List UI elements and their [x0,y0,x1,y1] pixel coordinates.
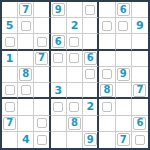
filled-answer-box: 8 [68,117,81,130]
cell-digit: 7 [38,53,45,63]
cell-r6c8[interactable] [116,83,132,99]
empty-answer-box [102,21,112,31]
cell-r1c3[interactable] [34,2,50,18]
cell-r9c5[interactable] [67,132,83,148]
cell-digit: 7 [6,118,13,128]
empty-answer-box [102,69,112,79]
cell-r5c5[interactable] [67,67,83,83]
filled-answer-box: 6 [84,52,97,65]
cell-r9c7[interactable] [99,132,115,148]
cell-r8c4[interactable] [51,116,67,132]
cell-r2c5[interactable]: 2 [67,18,83,34]
cell-r1c5[interactable] [67,2,83,18]
cell-r6c9[interactable]: 7 [132,83,148,99]
cell-r2c9[interactable]: 9 [132,18,148,34]
cell-r6c7[interactable]: 8 [99,83,115,99]
empty-answer-box [85,5,95,15]
filled-answer-box: 6 [133,117,146,130]
filled-answer-box: 9 [84,133,97,146]
cell-r3c7[interactable] [99,34,115,50]
cell-r8c2[interactable] [18,116,34,132]
cell-r6c1[interactable] [2,83,18,99]
cell-digit: 6 [55,37,62,47]
cell-r4c2[interactable] [18,51,34,67]
empty-answer-box [135,135,145,145]
cell-r5c8[interactable]: 9 [116,67,132,83]
filled-answer-box: 7 [35,52,48,65]
cell-r7c5[interactable] [67,99,83,115]
empty-answer-box [5,102,15,112]
cell-digit: 7 [120,135,127,145]
filled-answer-box: 7 [3,117,16,130]
cell-r5c7[interactable] [99,67,115,83]
cell-r3c9[interactable] [132,34,148,50]
cell-r2c4[interactable] [51,18,67,34]
cell-r7c3[interactable] [34,99,50,115]
filled-answer-box: 8 [100,84,113,97]
cell-r5c3[interactable] [34,67,50,83]
empty-answer-box [69,37,79,47]
cell-r3c1[interactable] [2,34,18,50]
cell-r3c5[interactable] [67,34,83,50]
cell-digit: 6 [120,5,127,15]
cell-digit: 9 [55,5,62,15]
filled-answer-box: 6 [117,3,130,16]
cell-r3c2[interactable] [18,34,34,50]
cell-r1c4[interactable]: 9 [51,2,67,18]
empty-answer-box [21,85,31,95]
cell-r9c9[interactable] [132,132,148,148]
cell-r2c3[interactable] [34,18,50,34]
empty-answer-box [53,102,63,112]
empty-answer-box [37,118,47,128]
cell-r2c8[interactable] [116,18,132,34]
empty-answer-box [5,85,15,95]
empty-answer-box [21,21,31,31]
cell-r7c7[interactable] [99,99,115,115]
cell-r1c1[interactable] [2,2,18,18]
cell-digit: 8 [103,85,110,95]
cell-r1c9[interactable] [132,2,148,18]
cell-digit: 2 [86,101,94,112]
cell-r1c6[interactable] [83,2,99,18]
empty-answer-box [37,135,47,145]
cell-r5c2[interactable]: 8 [18,67,34,83]
cell-digit: 9 [120,69,127,79]
filled-answer-box: 7 [117,133,130,146]
cell-r4c3[interactable]: 7 [34,51,50,67]
cell-r9c3[interactable] [34,132,50,148]
empty-answer-box [53,53,63,63]
cell-r7c2[interactable] [18,99,34,115]
filled-answer-box: 8 [19,68,32,81]
filled-answer-box: 7 [133,84,146,97]
cell-digit: 9 [87,135,94,145]
cell-r3c4[interactable]: 6 [51,34,67,50]
empty-answer-box [69,102,79,112]
cell-r4c7[interactable] [99,51,115,67]
cell-r1c7[interactable] [99,2,115,18]
empty-answer-box [69,53,79,63]
cell-r6c5[interactable] [67,83,83,99]
cell-r9c1[interactable] [2,132,18,148]
cell-r7c6[interactable]: 2 [83,99,99,115]
cell-r8c7[interactable] [99,116,115,132]
cell-digit: 8 [22,69,29,79]
cell-r2c2[interactable] [18,18,34,34]
cell-r5c6[interactable] [83,67,99,83]
cell-r5c4[interactable] [51,67,67,83]
cell-r6c4[interactable]: 3 [51,83,67,99]
cell-digit: 7 [22,5,29,15]
empty-answer-box [102,102,112,112]
cell-digit: 6 [87,53,94,63]
cell-digit: 4 [22,134,30,145]
cell-r4c5[interactable] [67,51,83,67]
cell-r6c2[interactable] [18,83,34,99]
cell-digit: 7 [136,85,143,95]
cell-digit: 6 [136,118,143,128]
cell-r8c6[interactable] [83,116,99,132]
cell-r8c8[interactable] [116,116,132,132]
filled-answer-box: 9 [117,68,130,81]
cell-r9c2[interactable]: 4 [18,132,34,148]
cell-digit: 5 [6,20,14,31]
cell-r3c3[interactable] [34,34,50,50]
sudoku-board: 7965296176893872786497 [0,0,150,150]
cell-digit: 2 [71,20,79,31]
cell-r5c1[interactable] [2,67,18,83]
cell-r1c8[interactable]: 6 [116,2,132,18]
cell-r7c9[interactable] [132,99,148,115]
cell-r3c6[interactable] [83,34,99,50]
cell-r6c6[interactable] [83,83,99,99]
cell-r9c6[interactable]: 9 [83,132,99,148]
cell-r8c9[interactable]: 6 [132,116,148,132]
cell-r6c3[interactable] [34,83,50,99]
cell-digit: 8 [71,118,78,128]
filled-answer-box: 7 [19,3,32,16]
cell-r9c4[interactable] [51,132,67,148]
cell-digit: 3 [54,85,62,96]
cell-r4c9[interactable] [132,51,148,67]
cell-r8c5[interactable]: 8 [67,116,83,132]
cell-r4c8[interactable] [116,51,132,67]
cell-r7c4[interactable] [51,99,67,115]
cell-r3c8[interactable] [116,34,132,50]
filled-answer-box: 6 [52,35,65,48]
filled-answer-box: 9 [52,3,65,16]
cell-r4c6[interactable]: 6 [83,51,99,67]
cell-r4c1[interactable]: 1 [2,51,18,67]
cell-digit: 9 [136,20,144,31]
cell-r9c8[interactable]: 7 [116,132,132,148]
empty-answer-box [85,69,95,79]
cell-r1c2[interactable]: 7 [18,2,34,18]
cell-r2c7[interactable] [99,18,115,34]
cell-r8c1[interactable]: 7 [2,116,18,132]
cell-r8c3[interactable] [34,116,50,132]
cell-r7c1[interactable] [2,99,18,115]
empty-answer-box [37,37,47,47]
cell-r2c6[interactable] [83,18,99,34]
cell-digit: 1 [6,53,14,64]
empty-answer-box [5,37,15,47]
empty-answer-box [118,21,128,31]
cell-r4c4[interactable] [51,51,67,67]
cell-r5c9[interactable] [132,67,148,83]
cell-r2c1[interactable]: 5 [2,18,18,34]
cell-r7c8[interactable] [116,99,132,115]
